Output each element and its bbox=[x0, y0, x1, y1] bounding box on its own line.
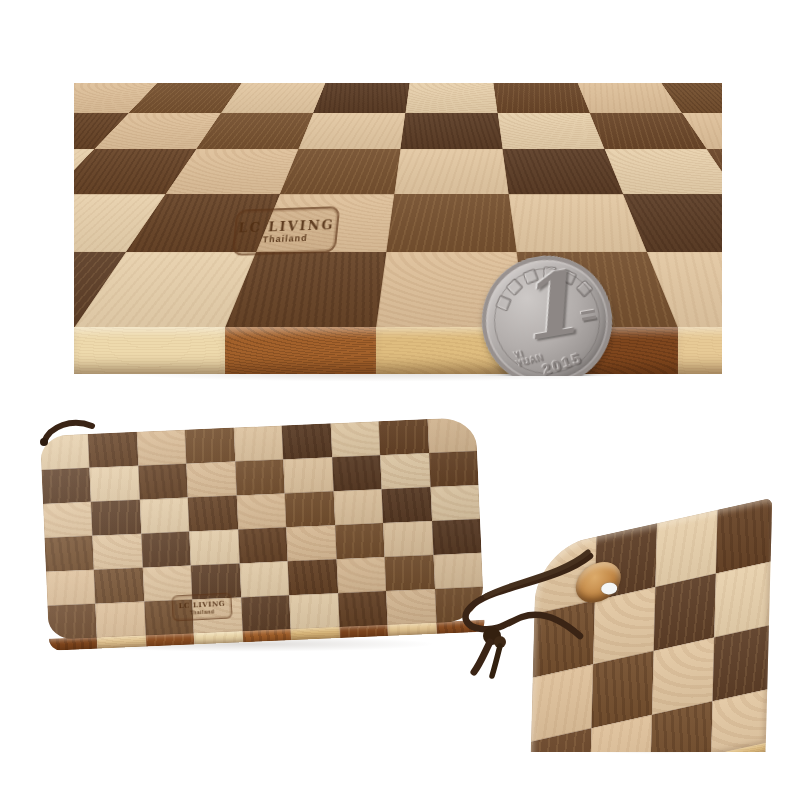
board-front-edge bbox=[74, 327, 722, 374]
dark-square bbox=[771, 675, 772, 752]
dark-square bbox=[47, 604, 97, 640]
dark-square bbox=[385, 555, 435, 591]
light-square bbox=[289, 593, 339, 629]
coin-issuer-character bbox=[575, 279, 593, 297]
light-square bbox=[330, 421, 380, 457]
coin: 1 YI YUAN 2015 bbox=[472, 246, 623, 376]
dark-square bbox=[241, 595, 291, 631]
light-square bbox=[190, 529, 240, 565]
light-square bbox=[394, 149, 508, 194]
light-square bbox=[405, 83, 497, 113]
light-square bbox=[240, 561, 290, 597]
leather-strap-fragment bbox=[34, 414, 106, 450]
dark-square bbox=[235, 459, 285, 495]
light-square bbox=[140, 498, 190, 534]
photo-full-board-view: LC LIVING Thailand bbox=[34, 414, 486, 660]
light-square bbox=[187, 462, 237, 498]
light-square bbox=[498, 113, 605, 149]
dark-square bbox=[91, 500, 141, 536]
light-square bbox=[286, 525, 336, 561]
light-square bbox=[427, 417, 477, 453]
dark-square bbox=[335, 523, 385, 559]
edge-light-block bbox=[678, 327, 722, 374]
dark-square bbox=[503, 149, 624, 194]
dark-square bbox=[285, 491, 335, 527]
light-square bbox=[43, 502, 93, 538]
dark-square bbox=[313, 83, 409, 113]
dark-square bbox=[44, 536, 94, 572]
light-square bbox=[137, 430, 187, 466]
light-square bbox=[380, 453, 430, 489]
light-square bbox=[386, 589, 436, 625]
dark-square bbox=[138, 464, 188, 500]
checkerboard-surface-full bbox=[40, 417, 484, 640]
light-square bbox=[333, 489, 383, 525]
light-square bbox=[90, 466, 140, 502]
brand-stamp-line1: LC LIVING bbox=[238, 217, 336, 235]
checkerboard-surface-closeup bbox=[74, 83, 722, 328]
dark-square bbox=[41, 468, 91, 504]
cutting-board bbox=[40, 417, 485, 651]
dark-square bbox=[94, 568, 144, 604]
leather-cord bbox=[440, 538, 650, 688]
edge-light-block bbox=[74, 327, 225, 374]
light-square bbox=[283, 457, 333, 493]
light-square bbox=[46, 570, 96, 606]
dark-square bbox=[429, 451, 479, 487]
dark-square bbox=[400, 113, 502, 149]
product-photo-collage: LC LIVING Thailand 1 YI YUAN 2015 LC LIV… bbox=[0, 0, 800, 800]
brand-stamp-line2: Thailand bbox=[190, 608, 215, 615]
light-square bbox=[93, 534, 143, 570]
edge-dark-block bbox=[49, 637, 98, 651]
dark-square bbox=[379, 419, 429, 455]
dark-square bbox=[188, 495, 238, 531]
light-square bbox=[383, 521, 433, 557]
light-square bbox=[234, 425, 284, 461]
dark-square bbox=[288, 559, 338, 595]
dark-square bbox=[338, 591, 388, 627]
dark-square bbox=[332, 455, 382, 491]
brand-stamp: LC LIVING Thailand bbox=[232, 206, 341, 256]
dark-square bbox=[493, 83, 589, 113]
light-square bbox=[430, 485, 480, 521]
dark-square bbox=[282, 423, 332, 459]
edge-dark-block bbox=[225, 327, 376, 374]
light-square bbox=[605, 149, 722, 194]
photo-closeup-view: LC LIVING Thailand 1 YI YUAN 2015 bbox=[74, 18, 722, 376]
brand-stamp-line2: Thailand bbox=[262, 233, 308, 245]
light-square bbox=[336, 557, 386, 593]
dark-square bbox=[185, 428, 235, 464]
dark-square bbox=[238, 527, 288, 563]
dark-square bbox=[141, 532, 191, 568]
light-square bbox=[237, 493, 287, 529]
brand-stamp-small: LC LIVING Thailand bbox=[171, 592, 232, 621]
coin-issuer-character bbox=[495, 294, 512, 311]
dark-square bbox=[280, 149, 401, 194]
dark-square bbox=[386, 194, 516, 252]
dark-square bbox=[382, 487, 432, 523]
light-square bbox=[96, 602, 146, 638]
light-square bbox=[298, 113, 405, 149]
